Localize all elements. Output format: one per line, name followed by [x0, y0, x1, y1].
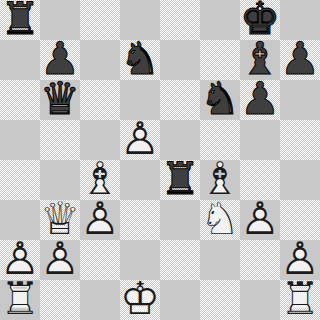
white-rook[interactable]: ♜♖	[280, 280, 320, 320]
square-d5[interactable]: ♟♙	[120, 120, 160, 160]
square-d4[interactable]	[120, 160, 160, 200]
square-e8[interactable]	[160, 0, 200, 40]
square-c3[interactable]: ♟♙	[80, 200, 120, 240]
square-f1[interactable]	[200, 280, 240, 320]
square-b1[interactable]	[40, 280, 80, 320]
square-a4[interactable]	[0, 160, 40, 200]
white-rook[interactable]: ♜♖	[0, 280, 40, 320]
black-piece-glyph: ♟	[240, 78, 280, 118]
black-pawn[interactable]: ♟	[240, 80, 280, 120]
square-g1[interactable]	[240, 280, 280, 320]
square-e4[interactable]: ♜	[160, 160, 200, 200]
square-f3[interactable]: ♞♘	[200, 200, 240, 240]
black-rook[interactable]: ♜	[0, 0, 40, 40]
square-h7[interactable]: ♟	[280, 40, 320, 80]
square-b2[interactable]: ♟♙	[40, 240, 80, 280]
square-d3[interactable]	[120, 200, 160, 240]
square-g5[interactable]	[240, 120, 280, 160]
square-f6[interactable]: ♞	[200, 80, 240, 120]
black-knight[interactable]: ♞	[200, 80, 240, 120]
square-c2[interactable]	[80, 240, 120, 280]
square-a7[interactable]	[0, 40, 40, 80]
square-f2[interactable]	[200, 240, 240, 280]
square-a1[interactable]: ♜♖	[0, 280, 40, 320]
white-pawn[interactable]: ♟♙	[80, 200, 120, 240]
white-piece-outline-layer: ♙	[40, 238, 80, 278]
square-h4[interactable]	[280, 160, 320, 200]
white-piece-outline-layer: ♙	[240, 198, 280, 238]
white-knight[interactable]: ♞♘	[200, 200, 240, 240]
square-f8[interactable]	[200, 0, 240, 40]
square-c7[interactable]	[80, 40, 120, 80]
white-piece-outline-layer: ♖	[280, 278, 320, 318]
square-h6[interactable]	[280, 80, 320, 120]
square-e7[interactable]	[160, 40, 200, 80]
black-queen[interactable]: ♛	[40, 80, 80, 120]
square-h1[interactable]: ♜♖	[280, 280, 320, 320]
square-d1[interactable]: ♚♔	[120, 280, 160, 320]
black-piece-glyph: ♜	[160, 158, 200, 198]
square-g2[interactable]	[240, 240, 280, 280]
white-piece-outline-layer: ♖	[0, 278, 40, 318]
square-b5[interactable]	[40, 120, 80, 160]
square-h5[interactable]	[280, 120, 320, 160]
square-g3[interactable]: ♟♙	[240, 200, 280, 240]
black-piece-glyph: ♟	[280, 38, 320, 78]
white-piece-outline-layer: ♘	[200, 198, 240, 238]
white-piece-outline-layer: ♙	[120, 118, 160, 158]
white-pawn[interactable]: ♟♙	[240, 200, 280, 240]
black-knight[interactable]: ♞	[120, 40, 160, 80]
square-c6[interactable]	[80, 80, 120, 120]
chess-board: ♜♚♟♞♝♟♛♞♟♟♙♝♗♜♝♗♛♕♟♙♞♘♟♙♟♙♟♙♟♙♜♖♚♔♜♖	[0, 0, 320, 320]
white-piece-outline-layer: ♔	[120, 278, 160, 318]
white-pawn[interactable]: ♟♙	[120, 120, 160, 160]
square-e2[interactable]	[160, 240, 200, 280]
black-piece-glyph: ♛	[40, 78, 80, 118]
square-b6[interactable]: ♛	[40, 80, 80, 120]
white-king[interactable]: ♚♔	[120, 280, 160, 320]
square-a6[interactable]	[0, 80, 40, 120]
square-a5[interactable]	[0, 120, 40, 160]
square-a8[interactable]: ♜	[0, 0, 40, 40]
white-pawn[interactable]: ♟♙	[40, 240, 80, 280]
square-d7[interactable]: ♞	[120, 40, 160, 80]
white-piece-outline-layer: ♙	[80, 198, 120, 238]
black-rook[interactable]: ♜	[160, 160, 200, 200]
square-e3[interactable]	[160, 200, 200, 240]
black-piece-glyph: ♜	[0, 0, 40, 38]
black-piece-glyph: ♞	[200, 78, 240, 118]
square-g6[interactable]: ♟	[240, 80, 280, 120]
square-c8[interactable]	[80, 0, 120, 40]
square-e6[interactable]	[160, 80, 200, 120]
black-pawn[interactable]: ♟	[280, 40, 320, 80]
square-e1[interactable]	[160, 280, 200, 320]
square-c1[interactable]	[80, 280, 120, 320]
black-piece-glyph: ♞	[120, 38, 160, 78]
